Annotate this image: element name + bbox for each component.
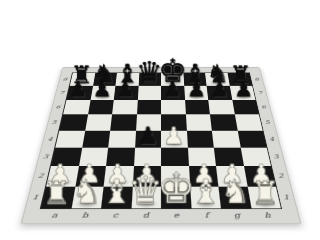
square-b5	[85, 114, 112, 130]
file-label-a: a	[38, 209, 71, 222]
square-e8	[161, 73, 184, 86]
chess-photo-scene: abcdefgh 12345678 12345678 ♜♞♝♛♚♝♞♜♟♟♟♟♟…	[45, 16, 277, 240]
square-a8	[70, 73, 95, 86]
square-c4	[108, 130, 135, 147]
square-h4	[237, 130, 266, 147]
square-g8	[205, 73, 229, 86]
square-c3	[106, 148, 135, 167]
square-a1	[41, 186, 75, 208]
square-f2	[189, 166, 219, 186]
rank-label-7: 7	[253, 86, 267, 100]
square-g1	[218, 186, 251, 208]
rank-label-6: 6	[256, 100, 271, 115]
square-d2	[132, 166, 161, 186]
square-h2	[244, 166, 276, 186]
square-f8	[183, 73, 207, 86]
square-b8	[93, 73, 117, 86]
square-g5	[210, 114, 237, 130]
square-a7	[67, 86, 93, 100]
square-c6	[112, 100, 137, 115]
square-e5	[161, 114, 186, 130]
square-b6	[88, 100, 114, 115]
square-a6	[63, 100, 90, 115]
file-label-e: e	[161, 209, 192, 222]
square-d8	[138, 73, 161, 86]
square-f1	[190, 186, 221, 208]
rank-label-5: 5	[260, 114, 276, 130]
square-h3	[240, 148, 271, 167]
square-d7	[137, 86, 161, 100]
square-b1	[71, 186, 104, 208]
square-c7	[114, 86, 138, 100]
square-a5	[59, 114, 87, 130]
square-a4	[55, 130, 84, 147]
rank-label-8: 8	[250, 73, 264, 86]
file-labels: abcdefgh	[38, 209, 284, 222]
square-c8	[115, 73, 139, 86]
square-b7	[90, 86, 115, 100]
rank-label-4: 4	[264, 130, 280, 147]
file-label-c: c	[99, 209, 131, 222]
file-label-h: h	[251, 209, 284, 222]
playing-area	[41, 73, 281, 208]
square-b4	[82, 130, 110, 147]
square-e1	[161, 186, 191, 208]
file-label-f: f	[191, 209, 223, 222]
square-f6	[185, 100, 210, 115]
chessboard-3d: abcdefgh 12345678 12345678 ♜♞♝♛♚♝♞♜♟♟♟♟♟…	[20, 67, 301, 224]
square-f3	[187, 148, 216, 167]
square-g3	[214, 148, 244, 167]
square-d3	[133, 148, 161, 167]
square-d5	[136, 114, 161, 130]
square-h5	[234, 114, 262, 130]
square-d6	[137, 100, 161, 115]
file-label-b: b	[69, 209, 101, 222]
square-b2	[75, 166, 106, 186]
square-h6	[232, 100, 259, 115]
square-e3	[161, 148, 189, 167]
square-g2	[216, 166, 247, 186]
square-h1	[247, 186, 281, 208]
square-c5	[110, 114, 136, 130]
vinyl-mat: abcdefgh 12345678 12345678 ♜♞♝♛♚♝♞♜♟♟♟♟♟…	[20, 67, 301, 224]
square-e2	[161, 166, 190, 186]
square-g7	[207, 86, 232, 100]
square-b3	[78, 148, 108, 167]
square-f7	[184, 86, 208, 100]
square-h7	[229, 86, 255, 100]
square-d4	[135, 130, 161, 147]
square-e4	[161, 130, 187, 147]
square-e7	[161, 86, 185, 100]
square-a2	[46, 166, 78, 186]
square-f4	[186, 130, 213, 147]
file-label-g: g	[221, 209, 253, 222]
square-c2	[104, 166, 134, 186]
square-a3	[51, 148, 82, 167]
square-c1	[101, 186, 132, 208]
square-e6	[161, 100, 185, 115]
file-label-d: d	[130, 209, 161, 222]
square-f5	[185, 114, 211, 130]
square-d1	[131, 186, 161, 208]
square-g6	[208, 100, 234, 115]
square-h8	[227, 73, 252, 86]
square-g4	[212, 130, 240, 147]
